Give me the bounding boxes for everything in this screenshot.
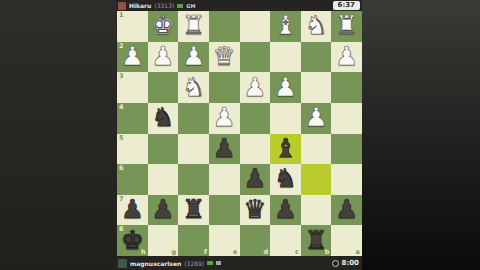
white-pawn-c3[interactable]: ♟	[274, 74, 297, 100]
black-rook-b8[interactable]: ♜	[304, 227, 327, 253]
file-label-a: a	[356, 249, 360, 256]
square-c2[interactable]	[270, 42, 301, 73]
white-clock: 6:37	[333, 1, 360, 10]
top-player-avatar	[118, 2, 126, 10]
rank-label-3: 3	[119, 73, 124, 80]
square-d7[interactable]: ♛	[240, 195, 271, 226]
square-e5[interactable]: ♟	[209, 134, 240, 165]
top-player-title-badge: GM	[186, 3, 195, 9]
square-f8[interactable]: f	[178, 225, 209, 256]
white-pawn-g2[interactable]: ♟	[151, 43, 174, 69]
black-rook-f7[interactable]: ♜	[182, 196, 205, 222]
square-b3[interactable]	[301, 72, 332, 103]
square-h3[interactable]: 3	[117, 72, 148, 103]
rank-label-6: 6	[119, 165, 124, 172]
black-pawn-a7[interactable]: ♟	[335, 196, 358, 222]
square-a8[interactable]: a	[331, 225, 362, 256]
square-c8[interactable]: c	[270, 225, 301, 256]
square-e1[interactable]	[209, 11, 240, 42]
chess-board[interactable]: 1♚♜♝♞♜2♟♟♟♛♟3♞♟♟4♞♟♟5♟♝6♟♞7♟♟♜♛♟♟8h♚gfed…	[117, 11, 362, 256]
black-bishop-c5[interactable]: ♝	[274, 135, 297, 161]
top-player-rating: (3313)	[154, 2, 174, 9]
bottom-player-bar: magnuscarlsen (3289) 8:00	[116, 256, 362, 270]
square-f4[interactable]	[178, 103, 209, 134]
square-d6[interactable]: ♟	[240, 164, 271, 195]
square-a6[interactable]	[331, 164, 362, 195]
square-c5[interactable]: ♝	[270, 134, 301, 165]
square-h8[interactable]: 8h♚	[117, 225, 148, 256]
square-d3[interactable]: ♟	[240, 72, 271, 103]
square-e7[interactable]	[209, 195, 240, 226]
black-pawn-g7[interactable]: ♟	[151, 196, 174, 222]
square-b7[interactable]	[301, 195, 332, 226]
square-g5[interactable]	[148, 134, 179, 165]
square-c1[interactable]: ♝	[270, 11, 301, 42]
square-a1[interactable]: ♜	[331, 11, 362, 42]
square-c6[interactable]: ♞	[270, 164, 301, 195]
white-knight-f3[interactable]: ♞	[182, 74, 205, 100]
top-player-flag-icon	[177, 4, 183, 8]
white-rook-f1[interactable]: ♜	[182, 12, 205, 38]
square-b4[interactable]: ♟	[301, 103, 332, 134]
square-d8[interactable]: d	[240, 225, 271, 256]
top-player-name: Hikaru	[129, 2, 151, 9]
square-b2[interactable]	[301, 42, 332, 73]
square-d2[interactable]	[240, 42, 271, 73]
file-label-g: g	[172, 249, 177, 256]
file-label-e: e	[233, 249, 237, 256]
file-label-d: d	[263, 249, 268, 256]
square-h4[interactable]: 4	[117, 103, 148, 134]
file-label-c: c	[295, 249, 299, 256]
square-d5[interactable]	[240, 134, 271, 165]
bottom-player-flag-icon	[207, 261, 213, 265]
square-h5[interactable]: 5	[117, 134, 148, 165]
square-e2[interactable]: ♛	[209, 42, 240, 73]
square-a3[interactable]	[331, 72, 362, 103]
black-king-h8[interactable]: ♚	[121, 227, 144, 253]
square-f6[interactable]	[178, 164, 209, 195]
white-pawn-h2[interactable]: ♟	[121, 43, 144, 69]
square-g4[interactable]: ♞	[148, 103, 179, 134]
square-g6[interactable]	[148, 164, 179, 195]
white-rook-a1[interactable]: ♜	[335, 12, 358, 38]
rank-label-1: 1	[119, 12, 124, 19]
rank-label-4: 4	[119, 104, 124, 111]
black-knight-g4[interactable]: ♞	[151, 104, 174, 130]
black-clock: 8:00	[342, 260, 360, 267]
square-a2[interactable]: ♟	[331, 42, 362, 73]
square-d4[interactable]	[240, 103, 271, 134]
square-g7[interactable]: ♟	[148, 195, 179, 226]
white-pawn-e4[interactable]: ♟	[213, 104, 236, 130]
bottom-player-rating: (3289)	[184, 260, 204, 267]
square-f2[interactable]: ♟	[178, 42, 209, 73]
square-h2[interactable]: 2♟	[117, 42, 148, 73]
square-b6[interactable]	[301, 164, 332, 195]
square-a5[interactable]	[331, 134, 362, 165]
white-bishop-c1[interactable]: ♝	[274, 12, 297, 38]
chess-app-frame: Hikaru (3313) GM 6:37 1♚♜♝♞♜2♟♟♟♛♟3♞♟♟4♞…	[0, 0, 480, 270]
square-a4[interactable]	[331, 103, 362, 134]
black-queen-d7[interactable]: ♛	[243, 196, 266, 222]
square-f1[interactable]: ♜	[178, 11, 209, 42]
right-letterbox-panel	[362, 0, 480, 270]
white-pawn-b4[interactable]: ♟	[304, 104, 327, 130]
bottom-player-avatar	[118, 259, 127, 268]
square-e3[interactable]	[209, 72, 240, 103]
square-g8[interactable]: g	[148, 225, 179, 256]
bottom-player-badge-icon	[216, 261, 221, 265]
left-letterbox-panel	[0, 0, 116, 270]
square-e6[interactable]	[209, 164, 240, 195]
square-a7[interactable]: ♟	[331, 195, 362, 226]
square-d1[interactable]	[240, 11, 271, 42]
file-label-f: f	[204, 249, 207, 256]
square-f3[interactable]: ♞	[178, 72, 209, 103]
square-f7[interactable]: ♜	[178, 195, 209, 226]
square-b8[interactable]: b♜	[301, 225, 332, 256]
square-c4[interactable]	[270, 103, 301, 134]
square-g3[interactable]	[148, 72, 179, 103]
square-h6[interactable]: 6	[117, 164, 148, 195]
bottom-player-name: magnuscarlsen	[130, 260, 181, 267]
black-pawn-c7[interactable]: ♟	[274, 196, 297, 222]
rank-label-5: 5	[119, 135, 124, 142]
square-b5[interactable]	[301, 134, 332, 165]
black-knight-c6[interactable]: ♞	[274, 165, 297, 191]
white-knight-b1[interactable]: ♞	[304, 12, 327, 38]
white-king-g1[interactable]: ♚	[151, 12, 174, 38]
white-pawn-f2[interactable]: ♟	[182, 43, 205, 69]
white-pawn-a2[interactable]: ♟	[335, 43, 358, 69]
white-pawn-d3[interactable]: ♟	[243, 74, 266, 100]
clock-icon	[332, 260, 339, 267]
square-f5[interactable]	[178, 134, 209, 165]
black-pawn-h7[interactable]: ♟	[121, 196, 144, 222]
black-pawn-e5[interactable]: ♟	[213, 135, 236, 161]
square-c3[interactable]: ♟	[270, 72, 301, 103]
black-pawn-d6[interactable]: ♟	[243, 165, 266, 191]
square-g1[interactable]: ♚	[148, 11, 179, 42]
square-b1[interactable]: ♞	[301, 11, 332, 42]
square-h7[interactable]: 7♟	[117, 195, 148, 226]
square-g2[interactable]: ♟	[148, 42, 179, 73]
square-c7[interactable]: ♟	[270, 195, 301, 226]
white-queen-e2[interactable]: ♛	[213, 43, 236, 69]
square-h1[interactable]: 1	[117, 11, 148, 42]
square-e8[interactable]: e	[209, 225, 240, 256]
square-e4[interactable]: ♟	[209, 103, 240, 134]
